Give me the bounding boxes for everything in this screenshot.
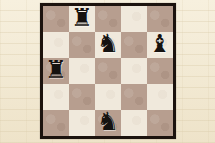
board-square-r1c3[interactable] [95, 6, 121, 32]
board-square-r3c5[interactable] [147, 58, 173, 84]
board-square-r5c1[interactable] [43, 110, 69, 136]
board-square-r4c2[interactable] [69, 84, 95, 110]
chess-board: ♜♞♝♜♞ [40, 3, 176, 139]
board-square-r3c1[interactable]: ♜ [43, 58, 69, 84]
board-square-r2c2[interactable] [69, 32, 95, 58]
board-square-r3c4[interactable] [121, 58, 147, 84]
board-square-r1c2[interactable]: ♜ [69, 6, 95, 32]
board-square-r2c4[interactable] [121, 32, 147, 58]
board-square-r3c2[interactable] [69, 58, 95, 84]
board-square-r5c4[interactable] [121, 110, 147, 136]
board-square-r4c4[interactable] [121, 84, 147, 110]
brick-wall-background: ♜♞♝♜♞ [0, 0, 215, 143]
black-knight-piece[interactable]: ♞ [97, 32, 119, 57]
board-square-r1c1[interactable] [43, 6, 69, 32]
board-square-r5c2[interactable] [69, 110, 95, 136]
board-square-r4c5[interactable] [147, 84, 173, 110]
board-square-r4c1[interactable] [43, 84, 69, 110]
board-square-r5c3[interactable]: ♞ [95, 110, 121, 136]
board-square-r4c3[interactable] [95, 84, 121, 110]
board-square-r1c5[interactable] [147, 6, 173, 32]
black-knight-piece[interactable]: ♞ [97, 110, 119, 135]
black-rook-piece[interactable]: ♜ [45, 58, 67, 83]
board-square-r2c3[interactable]: ♞ [95, 32, 121, 58]
board-square-r2c5[interactable]: ♝ [147, 32, 173, 58]
black-rook-piece[interactable]: ♜ [71, 6, 93, 31]
board-square-r5c5[interactable] [147, 110, 173, 136]
board-square-r2c1[interactable] [43, 32, 69, 58]
board-square-r1c4[interactable] [121, 6, 147, 32]
board-square-r3c3[interactable] [95, 58, 121, 84]
black-bishop-piece[interactable]: ♝ [149, 32, 171, 57]
